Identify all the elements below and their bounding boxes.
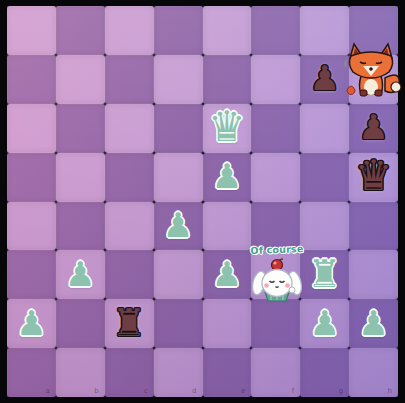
square-e8[interactable] (203, 6, 252, 55)
square-g2[interactable]: ♟ (300, 299, 349, 348)
puppy-icon (251, 256, 303, 304)
square-c6[interactable] (105, 104, 154, 153)
white-rook-g3[interactable]: ♜ (308, 255, 342, 293)
square-c1[interactable] (105, 348, 154, 397)
square-f6[interactable] (251, 104, 300, 153)
square-c8[interactable] (105, 6, 154, 55)
square-e7[interactable] (203, 55, 252, 104)
square-f2[interactable] (251, 299, 300, 348)
square-c2[interactable]: ♜ (105, 299, 154, 348)
white-pawn-e5[interactable]: ♟ (212, 159, 242, 193)
white-pawn-h2[interactable]: ♟ (358, 306, 388, 340)
board-frame: ♟♛♟♟♛♟♟♟♜♟♜♟♟ abcdefgh (0, 0, 405, 403)
square-b2[interactable] (56, 299, 105, 348)
square-c7[interactable] (105, 55, 154, 104)
white-king-puppy[interactable]: Of course (250, 244, 304, 304)
square-a5[interactable] (7, 153, 56, 202)
square-e5[interactable]: ♟ (203, 153, 252, 202)
chat-text: Of course (244, 243, 310, 256)
square-h4[interactable] (349, 202, 398, 251)
square-h2[interactable]: ♟ (349, 299, 398, 348)
square-g3[interactable]: ♜ (300, 250, 349, 299)
square-e6[interactable]: ♛ (203, 104, 252, 153)
square-b3[interactable]: ♟ (56, 250, 105, 299)
white-queen-e6[interactable]: ♛ (208, 106, 246, 148)
white-pawn-g2[interactable]: ♟ (309, 306, 339, 340)
square-a8[interactable] (7, 6, 56, 55)
square-a6[interactable] (7, 104, 56, 153)
square-a4[interactable] (7, 202, 56, 251)
square-h6[interactable]: ♟ (349, 104, 398, 153)
black-pawn-h6[interactable]: ♟ (358, 110, 388, 144)
square-d8[interactable] (154, 6, 203, 55)
white-pawn-a2[interactable]: ♟ (16, 306, 46, 340)
square-d2[interactable] (154, 299, 203, 348)
square-f1[interactable] (251, 348, 300, 397)
square-d5[interactable] (154, 153, 203, 202)
square-e3[interactable]: ♟ (203, 250, 252, 299)
square-e1[interactable] (203, 348, 252, 397)
square-d7[interactable] (154, 55, 203, 104)
square-b6[interactable] (56, 104, 105, 153)
square-d1[interactable] (154, 348, 203, 397)
board: ♟♛♟♟♛♟♟♟♜♟♜♟♟ abcdefgh (7, 6, 398, 397)
square-f7[interactable] (251, 55, 300, 104)
square-a7[interactable] (7, 55, 56, 104)
square-b8[interactable] (56, 6, 105, 55)
square-a2[interactable]: ♟ (7, 299, 56, 348)
square-c3[interactable] (105, 250, 154, 299)
square-g6[interactable] (300, 104, 349, 153)
black-queen-h5[interactable]: ♛ (355, 155, 393, 197)
white-pawn-e3[interactable]: ♟ (212, 257, 242, 291)
white-pawn-b3[interactable]: ♟ (65, 257, 95, 291)
square-e4[interactable] (203, 202, 252, 251)
square-b5[interactable] (56, 153, 105, 202)
black-rook-c2[interactable]: ♜ (112, 304, 146, 342)
square-e2[interactable] (203, 299, 252, 348)
square-d6[interactable] (154, 104, 203, 153)
square-d3[interactable] (154, 250, 203, 299)
square-b1[interactable] (56, 348, 105, 397)
square-c5[interactable] (105, 153, 154, 202)
square-a3[interactable] (7, 250, 56, 299)
square-b7[interactable] (56, 55, 105, 104)
square-b4[interactable] (56, 202, 105, 251)
square-h1[interactable] (349, 348, 398, 397)
square-h3[interactable] (349, 250, 398, 299)
square-c4[interactable] (105, 202, 154, 251)
square-f8[interactable] (251, 6, 300, 55)
square-g5[interactable] (300, 153, 349, 202)
square-a1[interactable] (7, 348, 56, 397)
square-d4[interactable]: ♟ (154, 202, 203, 251)
square-h5[interactable]: ♛ (349, 153, 398, 202)
square-g1[interactable] (300, 348, 349, 397)
black-king-fox[interactable] (341, 40, 403, 104)
fox-icon (341, 40, 403, 104)
white-pawn-d4[interactable]: ♟ (163, 208, 193, 242)
black-pawn-g7[interactable]: ♟ (309, 61, 339, 95)
square-f5[interactable] (251, 153, 300, 202)
